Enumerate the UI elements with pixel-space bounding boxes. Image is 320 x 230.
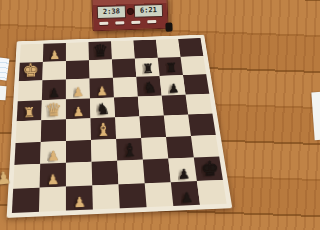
square-d5[interactable] — [115, 116, 141, 138]
square-b2[interactable]: ♟ — [40, 163, 66, 187]
clock-right-display: 6:21 — [134, 3, 163, 17]
square-e3[interactable]: ♟ — [66, 98, 91, 119]
square-b7[interactable]: ♟ — [168, 158, 196, 182]
square-h2[interactable]: ♟ — [43, 43, 66, 62]
square-h3[interactable] — [66, 42, 89, 61]
square-a1[interactable] — [12, 187, 40, 213]
square-c6[interactable] — [141, 137, 168, 160]
board-scene: ♟♛♚♜♜♟♟♟♞♟♜♛♟♞♝♟♝♟♟♚♟♟ — [2, 31, 228, 205]
white-pawn[interactable]: ♟ — [49, 48, 60, 60]
square-g4[interactable] — [89, 59, 113, 78]
black-rook[interactable]: ♜ — [165, 62, 177, 75]
square-e7[interactable] — [162, 94, 188, 115]
square-f5[interactable] — [113, 77, 138, 97]
square-h7[interactable] — [156, 39, 181, 58]
square-e5[interactable] — [114, 96, 140, 117]
square-e6[interactable] — [138, 95, 164, 116]
black-knight[interactable]: ♞ — [142, 80, 156, 96]
white-queen[interactable]: ♛ — [45, 101, 62, 120]
captured-white-pawn: ♟ — [0, 167, 12, 188]
square-e4[interactable]: ♞ — [90, 97, 115, 118]
black-pawn[interactable]: ♟ — [180, 190, 193, 204]
square-c8[interactable] — [191, 135, 219, 158]
square-b5[interactable] — [117, 160, 144, 184]
square-d2[interactable] — [41, 119, 66, 141]
square-f1[interactable] — [18, 80, 43, 100]
black-king[interactable]: ♚ — [200, 159, 219, 180]
square-d3[interactable] — [66, 118, 91, 140]
square-f6[interactable]: ♞ — [136, 76, 161, 96]
square-g7[interactable]: ♜ — [158, 57, 183, 76]
square-c7[interactable] — [166, 136, 194, 159]
square-g2[interactable] — [42, 61, 66, 81]
black-queen[interactable]: ♛ — [92, 42, 108, 60]
black-pawn[interactable]: ♟ — [168, 81, 180, 94]
white-pawn[interactable]: ♟ — [72, 85, 84, 98]
black-pawn[interactable]: ♟ — [177, 166, 190, 180]
square-b6[interactable] — [143, 159, 171, 183]
square-e1[interactable]: ♜ — [17, 100, 42, 121]
square-d7[interactable] — [164, 114, 191, 136]
white-pawn[interactable]: ♟ — [47, 149, 59, 163]
clock-button-4[interactable] — [147, 20, 156, 23]
square-a4[interactable] — [92, 184, 120, 210]
square-f8[interactable] — [183, 74, 209, 94]
square-c3[interactable] — [66, 140, 92, 163]
square-d1[interactable] — [16, 120, 42, 142]
black-rook[interactable]: ♜ — [142, 62, 154, 75]
white-pawn[interactable]: ♟ — [73, 195, 86, 209]
square-a7[interactable]: ♟ — [171, 181, 200, 206]
white-pawn[interactable]: ♟ — [96, 84, 108, 97]
square-d8[interactable] — [188, 114, 216, 136]
square-b4[interactable] — [92, 161, 119, 185]
square-f7[interactable]: ♟ — [160, 75, 186, 95]
clock-led — [126, 7, 133, 14]
square-a3[interactable]: ♟ — [66, 185, 93, 211]
square-g8[interactable] — [181, 56, 207, 75]
square-b3[interactable] — [66, 162, 92, 186]
square-h4[interactable]: ♛ — [88, 41, 111, 60]
square-f4[interactable]: ♟ — [89, 78, 113, 98]
white-king[interactable]: ♚ — [22, 62, 39, 81]
square-d4[interactable]: ♝ — [90, 117, 116, 139]
square-g6[interactable]: ♜ — [135, 57, 160, 76]
square-h8[interactable] — [178, 38, 203, 57]
square-c4[interactable] — [91, 139, 117, 162]
white-pawn[interactable]: ♟ — [46, 172, 59, 186]
square-h5[interactable] — [111, 40, 135, 59]
clock-button-3[interactable] — [131, 21, 140, 24]
square-a6[interactable] — [145, 182, 174, 207]
square-c2[interactable]: ♟ — [40, 141, 66, 164]
square-g1[interactable]: ♚ — [19, 62, 43, 82]
black-pawn[interactable]: ♟ — [48, 86, 60, 99]
square-a8[interactable] — [197, 180, 227, 205]
white-pawn[interactable]: ♟ — [72, 105, 84, 118]
square-a5[interactable] — [118, 183, 146, 208]
square-f3[interactable]: ♟ — [66, 79, 90, 99]
square-c5[interactable]: ♝ — [116, 138, 143, 161]
clock-button-2[interactable] — [115, 21, 124, 24]
square-b1[interactable] — [13, 164, 40, 188]
square-a2[interactable] — [39, 186, 66, 212]
white-rook[interactable]: ♜ — [22, 106, 35, 120]
square-g5[interactable] — [112, 58, 136, 77]
black-bishop[interactable]: ♝ — [121, 141, 138, 160]
square-b8[interactable]: ♚ — [194, 157, 223, 181]
square-d6[interactable] — [139, 115, 166, 137]
chessboard: ♟♛♚♜♜♟♟♟♞♟♜♛♟♞♝♟♝♟♟♚♟♟ — [7, 35, 230, 218]
clock-left-display: 2:38 — [97, 5, 126, 19]
square-e2[interactable]: ♛ — [41, 99, 66, 120]
black-knight[interactable]: ♞ — [95, 101, 109, 117]
square-g3[interactable] — [66, 60, 89, 80]
square-c1[interactable] — [14, 142, 40, 165]
square-e8[interactable] — [185, 93, 212, 114]
square-h6[interactable] — [133, 40, 157, 59]
white-bishop[interactable]: ♝ — [95, 120, 111, 138]
chess-clock: 2:38 6:21 — [91, 0, 168, 31]
square-f2[interactable]: ♟ — [42, 79, 66, 99]
clock-button-1[interactable] — [99, 22, 108, 25]
